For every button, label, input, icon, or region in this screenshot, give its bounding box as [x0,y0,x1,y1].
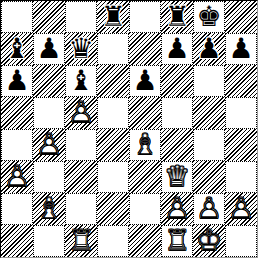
piece-white-pawn: ♟♙ [161,193,193,225]
piece-glyph-outline: ♙ [193,193,225,225]
square-f7[interactable]: ♟ [161,33,193,65]
square-d1[interactable] [97,225,129,257]
square-c1[interactable]: ♜♖ [65,225,97,257]
square-f4[interactable] [161,129,193,161]
piece-black-rook: ♜ [97,1,129,33]
piece-black-pawn: ♟ [33,33,65,65]
piece-black-pawn: ♟ [193,33,225,65]
piece-white-pawn: ♟♙ [225,193,257,225]
piece-glyph-fill: ♟ [1,65,33,97]
piece-glyph-fill: ♚ [193,1,225,33]
square-d8[interactable]: ♜ [97,1,129,33]
piece-glyph-fill: ♜ [161,1,193,33]
square-a2[interactable] [1,193,33,225]
square-g8[interactable]: ♚ [193,1,225,33]
square-g2[interactable]: ♟♙ [193,193,225,225]
square-d6[interactable] [97,65,129,97]
piece-glyph-fill: ♝ [1,33,33,65]
piece-black-pawn: ♟ [161,33,193,65]
square-h4[interactable] [225,129,257,161]
square-h1[interactable] [225,225,257,257]
piece-black-bishop: ♝ [1,33,33,65]
piece-black-pawn: ♟ [225,33,257,65]
square-a5[interactable] [1,97,33,129]
square-f8[interactable]: ♜ [161,1,193,33]
piece-white-pawn: ♟♙ [193,193,225,225]
piece-glyph-outline: ♙ [65,97,97,129]
piece-white-rook: ♜♖ [161,225,193,257]
piece-white-king: ♚♔ [193,225,225,257]
square-e2[interactable] [129,193,161,225]
square-f2[interactable]: ♟♙ [161,193,193,225]
square-d4[interactable] [97,129,129,161]
square-e8[interactable] [129,1,161,33]
piece-glyph-fill: ♟ [225,33,257,65]
piece-glyph-outline: ♔ [193,225,225,257]
square-c3[interactable] [65,161,97,193]
piece-glyph-fill: ♜ [97,1,129,33]
piece-white-pawn: ♟♙ [65,97,97,129]
chess-board: ♜♜♚♝♟♛♟♟♟♟♝♟♟♙♟♙♝♗♟♙♛♕♝♗♟♙♟♙♟♙♜♖♜♖♚♔ [0,0,258,258]
piece-black-bishop: ♝ [65,65,97,97]
square-b2[interactable]: ♝♗ [33,193,65,225]
square-h3[interactable] [225,161,257,193]
piece-glyph-fill: ♝ [65,65,97,97]
square-d7[interactable] [97,33,129,65]
square-f6[interactable] [161,65,193,97]
piece-white-pawn: ♟♙ [1,161,33,193]
square-b4[interactable]: ♟♙ [33,129,65,161]
square-c5[interactable]: ♟♙ [65,97,97,129]
square-b6[interactable] [33,65,65,97]
piece-glyph-outline: ♙ [1,161,33,193]
square-d3[interactable] [97,161,129,193]
piece-white-pawn: ♟♙ [33,129,65,161]
square-g5[interactable] [193,97,225,129]
piece-glyph-outline: ♙ [161,193,193,225]
square-c4[interactable] [65,129,97,161]
square-e3[interactable] [129,161,161,193]
square-c2[interactable] [65,193,97,225]
square-g4[interactable] [193,129,225,161]
square-e7[interactable] [129,33,161,65]
piece-white-queen: ♛♕ [161,161,193,193]
piece-glyph-outline: ♖ [161,225,193,257]
piece-glyph-outline: ♗ [33,193,65,225]
square-f3[interactable]: ♛♕ [161,161,193,193]
square-e1[interactable] [129,225,161,257]
piece-glyph-outline: ♙ [225,193,257,225]
square-f5[interactable] [161,97,193,129]
square-b3[interactable] [33,161,65,193]
piece-glyph-fill: ♟ [193,33,225,65]
square-b5[interactable] [33,97,65,129]
square-b8[interactable] [33,1,65,33]
piece-black-pawn: ♟ [1,65,33,97]
piece-glyph-fill: ♛ [65,33,97,65]
square-d5[interactable] [97,97,129,129]
square-g3[interactable] [193,161,225,193]
piece-white-rook: ♜♖ [65,225,97,257]
square-c8[interactable] [65,1,97,33]
piece-glyph-fill: ♟ [161,33,193,65]
square-d2[interactable] [97,193,129,225]
piece-glyph-fill: ♟ [33,33,65,65]
square-e6[interactable]: ♟ [129,65,161,97]
square-h7[interactable]: ♟ [225,33,257,65]
piece-glyph-outline: ♙ [33,129,65,161]
piece-glyph-outline: ♕ [161,161,193,193]
square-g7[interactable]: ♟ [193,33,225,65]
square-e5[interactable] [129,97,161,129]
square-c7[interactable]: ♛ [65,33,97,65]
square-h6[interactable] [225,65,257,97]
square-f1[interactable]: ♜♖ [161,225,193,257]
square-h2[interactable]: ♟♙ [225,193,257,225]
square-b1[interactable] [33,225,65,257]
piece-glyph-outline: ♗ [129,129,161,161]
square-a4[interactable] [1,129,33,161]
piece-black-queen: ♛ [65,33,97,65]
square-g1[interactable]: ♚♔ [193,225,225,257]
square-h5[interactable] [225,97,257,129]
piece-black-pawn: ♟ [129,65,161,97]
piece-white-bishop: ♝♗ [129,129,161,161]
piece-white-bishop: ♝♗ [33,193,65,225]
square-h8[interactable] [225,1,257,33]
square-c6[interactable]: ♝ [65,65,97,97]
square-e4[interactable]: ♝♗ [129,129,161,161]
square-b7[interactable]: ♟ [33,33,65,65]
piece-glyph-outline: ♖ [65,225,97,257]
piece-black-rook: ♜ [161,1,193,33]
piece-black-king: ♚ [193,1,225,33]
square-a6[interactable]: ♟ [1,65,33,97]
square-a3[interactable]: ♟♙ [1,161,33,193]
square-g6[interactable] [193,65,225,97]
square-a7[interactable]: ♝ [1,33,33,65]
piece-glyph-fill: ♟ [129,65,161,97]
square-a8[interactable] [1,1,33,33]
square-a1[interactable] [1,225,33,257]
